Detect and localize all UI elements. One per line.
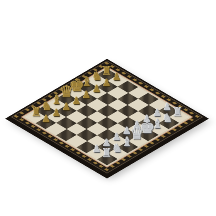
chess-set-product-photo: ♜♞♝♛♚♝♞♜♟♟♟♟♟♟♟♟♟♟♟♟♟♟♟♟♜♞♝♛♚♝♞♜ (0, 0, 216, 216)
silver-rook-a1[interactable]: ♜ (102, 147, 113, 159)
piece-layer: ♜♞♝♛♚♝♞♜♟♟♟♟♟♟♟♟♟♟♟♟♟♟♟♟♜♞♝♛♚♝♞♜ (0, 0, 216, 216)
gold-pawn-c7[interactable]: ♟ (62, 102, 71, 112)
gold-pawn-d7[interactable]: ♟ (72, 96, 81, 106)
gold-rook-a8[interactable]: ♜ (31, 106, 42, 118)
silver-bishop-c1[interactable]: ♝ (121, 135, 133, 148)
gold-knight-g8[interactable]: ♞ (92, 70, 103, 82)
gold-pawn-e7[interactable]: ♟ (82, 90, 91, 100)
gold-knight-b8[interactable]: ♞ (41, 100, 52, 112)
gold-pawn-b7[interactable]: ♟ (52, 108, 61, 118)
silver-knight-b1[interactable]: ♞ (112, 142, 123, 154)
gold-rook-h8[interactable]: ♜ (102, 65, 113, 77)
silver-rook-h1[interactable]: ♜ (172, 106, 183, 118)
gold-bishop-c8[interactable]: ♝ (51, 93, 63, 106)
silver-pawn-a2[interactable]: ♟ (92, 144, 101, 154)
silver-knight-g1[interactable]: ♞ (162, 112, 173, 124)
gold-pawn-f7[interactable]: ♟ (92, 84, 101, 94)
gold-pawn-g7[interactable]: ♟ (103, 78, 112, 88)
gold-pawn-h7[interactable]: ♟ (113, 72, 122, 82)
gold-pawn-a7[interactable]: ♟ (42, 114, 51, 124)
